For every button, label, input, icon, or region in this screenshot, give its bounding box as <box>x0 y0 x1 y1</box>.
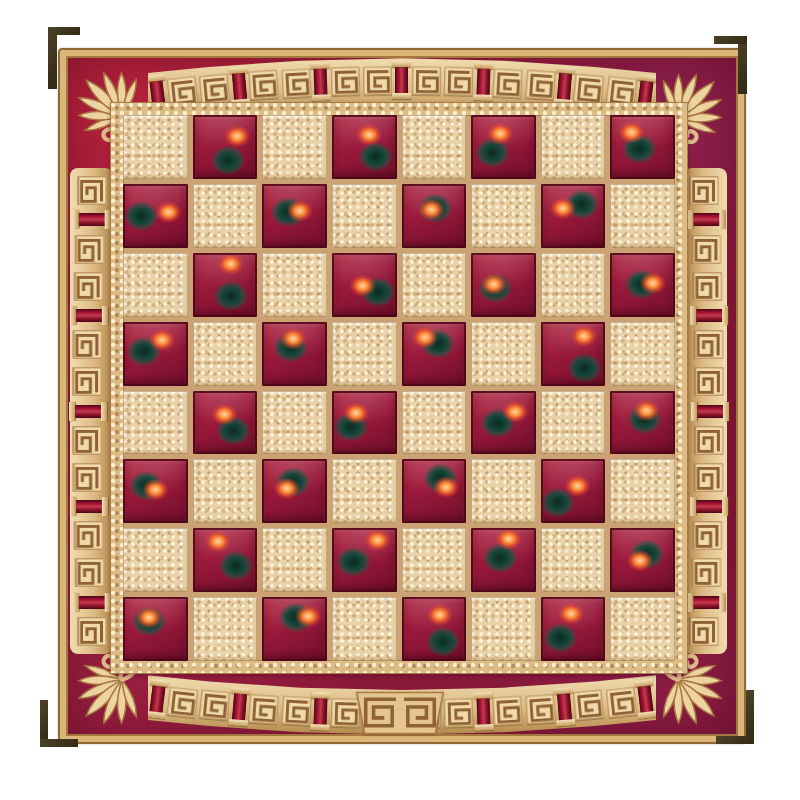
greek-key-icon <box>695 330 724 359</box>
greek-key-icon <box>573 689 605 721</box>
square-f7[interactable] <box>471 184 536 248</box>
square-b1[interactable] <box>193 597 258 661</box>
column-pillar-icon <box>313 64 327 98</box>
corner-bracket-bottom-right-arm <box>716 736 754 744</box>
greek-key-icon <box>444 697 474 727</box>
column-pillar-icon <box>689 213 723 226</box>
square-g6[interactable] <box>541 253 606 317</box>
square-f5[interactable] <box>471 322 536 386</box>
column-pillar-icon <box>476 64 490 98</box>
square-a7[interactable] <box>123 184 188 248</box>
greek-key-icon <box>690 176 719 205</box>
square-g2[interactable] <box>541 528 606 592</box>
column-pillar-icon <box>71 405 105 418</box>
greek-key-icon <box>412 65 441 94</box>
square-c5[interactable] <box>262 322 327 386</box>
square-d2[interactable] <box>332 528 397 592</box>
greek-key-icon <box>73 367 102 396</box>
square-a3[interactable] <box>123 459 188 523</box>
greek-key-icon <box>695 463 724 492</box>
square-c7[interactable] <box>262 184 327 248</box>
greek-key-icon <box>75 521 104 550</box>
greek-key-icon <box>248 693 279 724</box>
greek-key-icon <box>281 68 312 99</box>
square-b8[interactable] <box>193 115 258 179</box>
greek-key-icon <box>73 463 102 492</box>
square-d5[interactable] <box>332 322 397 386</box>
column-pillar-icon <box>476 694 490 728</box>
square-c2[interactable] <box>262 528 327 592</box>
square-h3[interactable] <box>610 459 675 523</box>
square-h2[interactable] <box>610 528 675 592</box>
square-a6[interactable] <box>123 253 188 317</box>
square-h1[interactable] <box>610 597 675 661</box>
square-b7[interactable] <box>193 184 258 248</box>
greek-key-icon <box>444 66 474 96</box>
square-e2[interactable] <box>402 528 467 592</box>
square-a4[interactable] <box>123 391 188 455</box>
square-h5[interactable] <box>610 322 675 386</box>
checker-grid <box>123 115 675 661</box>
square-d7[interactable] <box>332 184 397 248</box>
column-pillar-icon <box>693 405 727 418</box>
greek-key-icon <box>73 330 102 359</box>
greek-key-icon <box>199 689 231 721</box>
square-c1[interactable] <box>262 597 327 661</box>
square-b5[interactable] <box>193 322 258 386</box>
greek-key-icon <box>363 65 392 94</box>
greek-key-icon <box>73 426 102 455</box>
greek-key-icon <box>695 426 724 455</box>
greek-key-icon <box>525 69 556 100</box>
square-a2[interactable] <box>123 528 188 592</box>
greek-key-icon <box>693 521 722 550</box>
square-e5[interactable] <box>402 322 467 386</box>
greek-key-icon <box>605 686 637 718</box>
corner-bracket-bottom-right <box>746 690 754 742</box>
square-c8[interactable] <box>262 115 327 179</box>
corner-bracket-top-left-arm <box>48 27 80 35</box>
square-e1[interactable] <box>402 597 467 661</box>
square-h7[interactable] <box>610 184 675 248</box>
column-pillar-icon <box>692 309 726 322</box>
column-pillar-icon <box>71 500 105 513</box>
square-g8[interactable] <box>541 115 606 179</box>
greek-key-icon <box>692 235 721 264</box>
square-b3[interactable] <box>193 459 258 523</box>
corner-bracket-bottom-left-arm <box>40 739 78 747</box>
square-a8[interactable] <box>123 115 188 179</box>
corner-bracket-top-right <box>738 36 747 94</box>
greek-key-icon <box>166 686 198 718</box>
square-a5[interactable] <box>123 322 188 386</box>
double-greek-key-icon <box>353 688 447 736</box>
column-pillar-icon <box>395 63 408 97</box>
column-pillar-icon <box>74 213 108 226</box>
square-a1[interactable] <box>123 597 188 661</box>
greek-key-icon <box>281 695 312 726</box>
column-pillar-icon <box>637 681 654 716</box>
greek-key-icon <box>248 69 279 100</box>
column-pillar-icon <box>689 596 723 609</box>
greek-key-icon <box>76 235 105 264</box>
greek-key-icon <box>692 558 721 587</box>
greek-key-icon <box>199 73 231 105</box>
column-pillar-icon <box>557 69 573 104</box>
beaded-border-frame <box>110 102 688 674</box>
column-pillar-icon <box>74 596 108 609</box>
square-f3[interactable] <box>471 459 536 523</box>
square-e6[interactable] <box>402 253 467 317</box>
corner-bracket-top-right-arm <box>714 36 747 44</box>
greek-key-icon <box>492 68 523 99</box>
greek-key-icon <box>573 73 605 105</box>
greek-key-icon <box>525 693 556 724</box>
square-g4[interactable] <box>541 391 606 455</box>
greek-key-icon <box>78 176 107 205</box>
square-d8[interactable] <box>332 115 397 179</box>
greek-key-band-left <box>70 168 113 654</box>
corner-bracket-top-left <box>48 27 57 89</box>
square-f4[interactable] <box>471 391 536 455</box>
square-e4[interactable] <box>402 391 467 455</box>
square-c6[interactable] <box>262 253 327 317</box>
square-e8[interactable] <box>402 115 467 179</box>
column-pillar-icon <box>313 694 327 728</box>
column-pillar-icon <box>692 500 726 513</box>
greek-key-icon <box>78 617 107 646</box>
square-f1[interactable] <box>471 597 536 661</box>
column-pillar-icon <box>71 309 105 322</box>
square-g3[interactable] <box>541 459 606 523</box>
square-e3[interactable] <box>402 459 467 523</box>
square-c3[interactable] <box>262 459 327 523</box>
column-pillar-icon <box>231 689 247 724</box>
square-g1[interactable] <box>541 597 606 661</box>
column-pillar-icon <box>231 69 247 104</box>
greek-key-icon <box>330 66 360 96</box>
square-e7[interactable] <box>402 184 467 248</box>
greek-key-band-right <box>684 168 727 654</box>
square-h6[interactable] <box>610 253 675 317</box>
square-b6[interactable] <box>193 253 258 317</box>
square-h4[interactable] <box>610 391 675 455</box>
square-b4[interactable] <box>193 391 258 455</box>
square-c4[interactable] <box>262 391 327 455</box>
square-d6[interactable] <box>332 253 397 317</box>
greek-key-icon <box>75 272 104 301</box>
square-b2[interactable] <box>193 528 258 592</box>
column-pillar-icon <box>149 681 166 716</box>
square-g7[interactable] <box>541 184 606 248</box>
square-h8[interactable] <box>610 115 675 179</box>
square-f6[interactable] <box>471 253 536 317</box>
greek-key-icon <box>695 367 724 396</box>
greek-key-icon <box>492 695 523 726</box>
center-scroll-emblem <box>353 688 447 736</box>
greek-key-icon <box>690 617 719 646</box>
square-g5[interactable] <box>541 322 606 386</box>
greek-key-icon <box>693 272 722 301</box>
column-pillar-icon <box>557 689 573 724</box>
square-f2[interactable] <box>471 528 536 592</box>
greek-key-icon <box>76 558 105 587</box>
square-d1[interactable] <box>332 597 397 661</box>
chessboard-product-photo <box>0 0 800 800</box>
square-f8[interactable] <box>471 115 536 179</box>
square-d3[interactable] <box>332 459 397 523</box>
square-d4[interactable] <box>332 391 397 455</box>
